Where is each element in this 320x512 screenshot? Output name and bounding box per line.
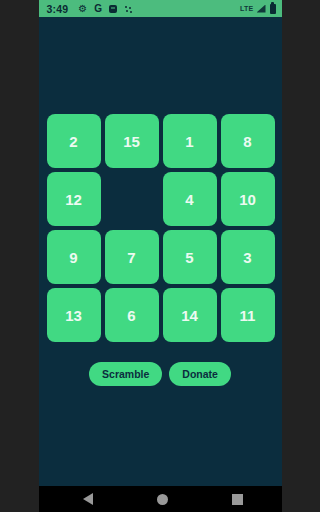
tile-9[interactable]: 9 bbox=[47, 230, 101, 284]
tile-13[interactable]: 13 bbox=[47, 288, 101, 342]
gear-icon: ⚙ bbox=[78, 4, 87, 14]
tile-12[interactable]: 12 bbox=[47, 172, 101, 226]
system-status-icons: LTE bbox=[240, 4, 276, 14]
tile-4[interactable]: 4 bbox=[163, 172, 217, 226]
dots-icon bbox=[124, 5, 132, 13]
scramble-button[interactable]: Scramble bbox=[89, 362, 162, 386]
app-icon bbox=[109, 5, 117, 13]
empty-cell bbox=[105, 172, 159, 226]
notification-icons: ⚙ G bbox=[78, 4, 132, 14]
phone-screen: 3:49 ⚙ G LTE 2 15 1 8 12 4 10 9 7 5 3 13… bbox=[39, 0, 282, 512]
puzzle-board: 2 15 1 8 12 4 10 9 7 5 3 13 6 14 11 bbox=[47, 114, 275, 342]
tile-10[interactable]: 10 bbox=[221, 172, 275, 226]
tile-2[interactable]: 2 bbox=[47, 114, 101, 168]
tile-6[interactable]: 6 bbox=[105, 288, 159, 342]
tile-11[interactable]: 11 bbox=[221, 288, 275, 342]
tile-3[interactable]: 3 bbox=[221, 230, 275, 284]
tile-14[interactable]: 14 bbox=[163, 288, 217, 342]
android-nav-bar bbox=[39, 486, 282, 512]
clock: 3:49 bbox=[47, 3, 69, 15]
tile-1[interactable]: 1 bbox=[163, 114, 217, 168]
donate-button[interactable]: Donate bbox=[169, 362, 231, 386]
signal-icon bbox=[257, 5, 266, 13]
back-icon[interactable] bbox=[83, 493, 93, 505]
google-icon: G bbox=[94, 4, 102, 14]
battery-icon bbox=[270, 4, 276, 14]
tile-7[interactable]: 7 bbox=[105, 230, 159, 284]
status-bar: 3:49 ⚙ G LTE bbox=[39, 0, 282, 17]
recents-icon[interactable] bbox=[232, 494, 243, 505]
tile-15[interactable]: 15 bbox=[105, 114, 159, 168]
action-buttons-row: Scramble Donate bbox=[39, 362, 282, 386]
tile-5[interactable]: 5 bbox=[163, 230, 217, 284]
network-type-label: LTE bbox=[240, 5, 254, 12]
home-icon[interactable] bbox=[157, 494, 168, 505]
tile-8[interactable]: 8 bbox=[221, 114, 275, 168]
